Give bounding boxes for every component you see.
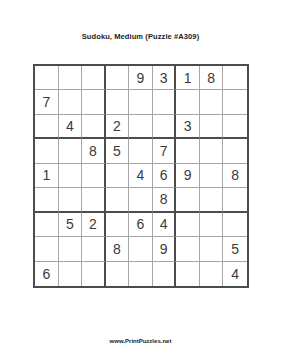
cell-r8c9: 5 bbox=[223, 237, 247, 261]
cell-r9c3[interactable] bbox=[82, 262, 106, 286]
cell-r7c5: 6 bbox=[129, 213, 153, 237]
cell-r9c9: 4 bbox=[223, 262, 247, 286]
cell-r6c7[interactable] bbox=[176, 188, 200, 212]
sudoku-grid: 93187423857146988526489564 bbox=[33, 64, 249, 288]
cell-r9c4[interactable] bbox=[106, 262, 130, 286]
cell-r9c2[interactable] bbox=[59, 262, 83, 286]
cell-r6c1[interactable] bbox=[35, 188, 59, 212]
cell-r3c3[interactable] bbox=[82, 115, 106, 139]
cell-r1c5: 9 bbox=[129, 66, 153, 90]
cell-r7c8[interactable] bbox=[200, 213, 224, 237]
cell-r1c7: 1 bbox=[176, 66, 200, 90]
cell-r5c8[interactable] bbox=[200, 164, 224, 188]
cell-r9c6[interactable] bbox=[153, 262, 177, 286]
cell-r5c1: 1 bbox=[35, 164, 59, 188]
cell-r3c1[interactable] bbox=[35, 115, 59, 139]
cell-r6c5[interactable] bbox=[129, 188, 153, 212]
cell-r1c2[interactable] bbox=[59, 66, 83, 90]
cell-r6c2[interactable] bbox=[59, 188, 83, 212]
cell-r6c9[interactable] bbox=[223, 188, 247, 212]
cell-r8c5[interactable] bbox=[129, 237, 153, 261]
cell-r7c7[interactable] bbox=[176, 213, 200, 237]
cell-r3c9[interactable] bbox=[223, 115, 247, 139]
cell-r4c2[interactable] bbox=[59, 139, 83, 163]
cell-r8c1[interactable] bbox=[35, 237, 59, 261]
cell-r4c6: 7 bbox=[153, 139, 177, 163]
cell-r2c2[interactable] bbox=[59, 90, 83, 114]
cell-r1c4[interactable] bbox=[106, 66, 130, 90]
page: Sudoku, Medium (Puzzle #A309) 9318742385… bbox=[0, 0, 281, 363]
cell-r7c4[interactable] bbox=[106, 213, 130, 237]
cell-r4c9[interactable] bbox=[223, 139, 247, 163]
cell-r3c4: 2 bbox=[106, 115, 130, 139]
cell-r5c3[interactable] bbox=[82, 164, 106, 188]
cell-r8c2[interactable] bbox=[59, 237, 83, 261]
cell-r4c5[interactable] bbox=[129, 139, 153, 163]
cell-r2c3[interactable] bbox=[82, 90, 106, 114]
cell-r1c8: 8 bbox=[200, 66, 224, 90]
cell-r4c7[interactable] bbox=[176, 139, 200, 163]
cell-r9c5[interactable] bbox=[129, 262, 153, 286]
cell-r6c6: 8 bbox=[153, 188, 177, 212]
cell-r2c4[interactable] bbox=[106, 90, 130, 114]
cell-r9c8[interactable] bbox=[200, 262, 224, 286]
cell-r7c1[interactable] bbox=[35, 213, 59, 237]
cell-r5c4[interactable] bbox=[106, 164, 130, 188]
cell-r9c1: 6 bbox=[35, 262, 59, 286]
cell-r3c7: 3 bbox=[176, 115, 200, 139]
cell-r3c8[interactable] bbox=[200, 115, 224, 139]
cell-r4c8[interactable] bbox=[200, 139, 224, 163]
cell-r2c9[interactable] bbox=[223, 90, 247, 114]
cell-r5c9: 8 bbox=[223, 164, 247, 188]
cell-r3c5[interactable] bbox=[129, 115, 153, 139]
cell-r1c6: 3 bbox=[153, 66, 177, 90]
cell-r8c6: 9 bbox=[153, 237, 177, 261]
cell-r8c4: 8 bbox=[106, 237, 130, 261]
cell-r3c2: 4 bbox=[59, 115, 83, 139]
cell-r5c2[interactable] bbox=[59, 164, 83, 188]
cell-r8c8[interactable] bbox=[200, 237, 224, 261]
cell-r7c9[interactable] bbox=[223, 213, 247, 237]
cell-r2c7[interactable] bbox=[176, 90, 200, 114]
cell-r6c3[interactable] bbox=[82, 188, 106, 212]
cell-r2c5[interactable] bbox=[129, 90, 153, 114]
cell-r4c3: 8 bbox=[82, 139, 106, 163]
cell-r8c3[interactable] bbox=[82, 237, 106, 261]
cell-r5c7: 9 bbox=[176, 164, 200, 188]
cell-r6c4[interactable] bbox=[106, 188, 130, 212]
cell-r8c7[interactable] bbox=[176, 237, 200, 261]
cell-r1c9[interactable] bbox=[223, 66, 247, 90]
footer-url: www.PrintPuzzles.net bbox=[0, 338, 281, 344]
cell-r4c1[interactable] bbox=[35, 139, 59, 163]
cell-r1c1[interactable] bbox=[35, 66, 59, 90]
cell-r7c3: 2 bbox=[82, 213, 106, 237]
cell-r5c6: 6 bbox=[153, 164, 177, 188]
cell-r1c3[interactable] bbox=[82, 66, 106, 90]
cell-r9c7[interactable] bbox=[176, 262, 200, 286]
cell-r3c6[interactable] bbox=[153, 115, 177, 139]
cell-r7c2: 5 bbox=[59, 213, 83, 237]
cell-r7c6: 4 bbox=[153, 213, 177, 237]
puzzle-title: Sudoku, Medium (Puzzle #A309) bbox=[0, 32, 281, 41]
cell-r6c8[interactable] bbox=[200, 188, 224, 212]
cell-r2c6[interactable] bbox=[153, 90, 177, 114]
cell-r4c4: 5 bbox=[106, 139, 130, 163]
cell-r5c5: 4 bbox=[129, 164, 153, 188]
cell-r2c1: 7 bbox=[35, 90, 59, 114]
cell-r2c8[interactable] bbox=[200, 90, 224, 114]
